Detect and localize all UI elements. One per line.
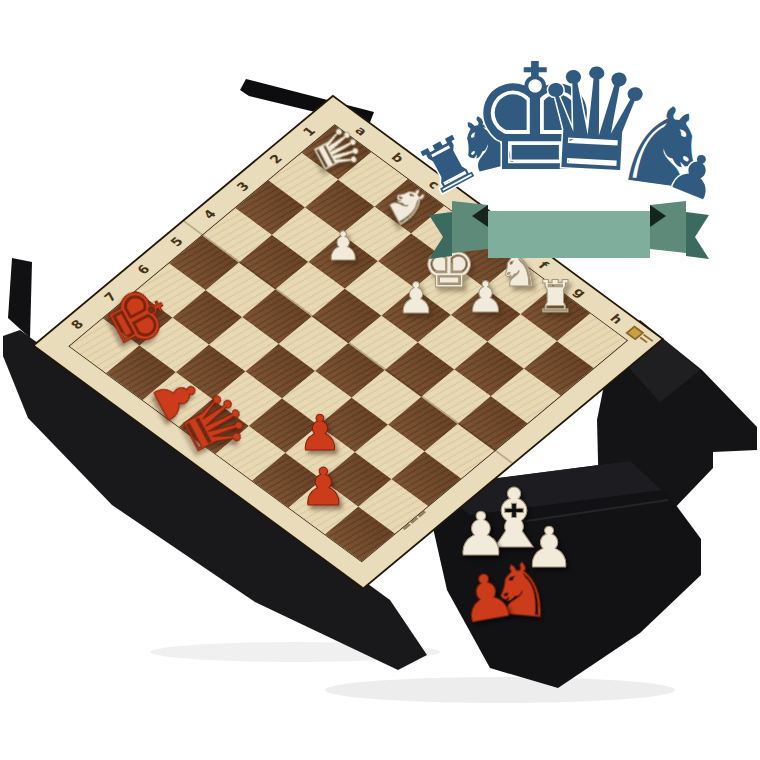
logo-chess-pieces: ♜♞♚♛♞♟ (413, 32, 725, 216)
brand-logo: ♜♞♚♛♞♟ (413, 10, 725, 260)
ribbon-tail-right (686, 212, 709, 259)
board-left-edge-face (8, 258, 32, 338)
ribbon-tail-left (429, 212, 452, 259)
ribbon-center-panel (488, 211, 650, 258)
ribbon-banner (429, 201, 709, 259)
product-photo-scene: 12345678abcdefgh ♛♞♟♚♟♟♞♜♚♟♛♟♟♟♝♟♟♞ ♜♞♚♛… (0, 0, 760, 760)
drawer-shadow (325, 677, 675, 703)
